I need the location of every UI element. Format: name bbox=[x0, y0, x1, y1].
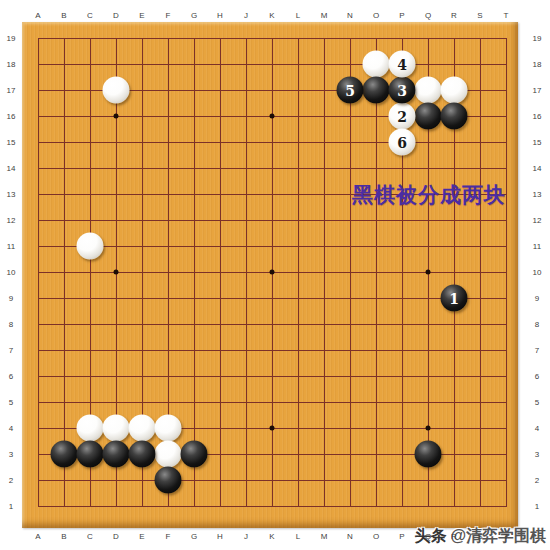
col-label-top: F bbox=[166, 11, 171, 20]
row-label-right: 10 bbox=[533, 268, 542, 277]
star-point bbox=[270, 270, 275, 275]
row-label-left: 17 bbox=[7, 86, 16, 95]
star-point bbox=[270, 114, 275, 119]
col-label-bottom: H bbox=[217, 532, 223, 541]
row-label-left: 3 bbox=[9, 450, 13, 459]
col-label-top: R bbox=[451, 11, 457, 20]
row-label-right: 3 bbox=[535, 450, 539, 459]
black-stone bbox=[415, 441, 442, 468]
row-label-right: 12 bbox=[533, 216, 542, 225]
row-label-left: 5 bbox=[9, 398, 13, 407]
black-stone: 5 bbox=[337, 77, 364, 104]
star-point bbox=[114, 270, 119, 275]
col-label-top: E bbox=[139, 11, 144, 20]
row-label-right: 9 bbox=[535, 294, 539, 303]
col-label-bottom: A bbox=[35, 532, 40, 541]
white-stone bbox=[77, 415, 104, 442]
white-stone bbox=[415, 77, 442, 104]
col-label-top: J bbox=[244, 11, 248, 20]
row-label-right: 17 bbox=[533, 86, 542, 95]
col-label-bottom: S bbox=[477, 532, 482, 541]
col-label-bottom: P bbox=[399, 532, 404, 541]
star-point bbox=[426, 270, 431, 275]
go-diagram: 黑棋被分成两块 头条@清弈学围棋 123456AABBCCDDEEFFGGHHJ… bbox=[0, 0, 550, 550]
row-label-left: 19 bbox=[7, 34, 16, 43]
row-label-right: 18 bbox=[533, 60, 542, 69]
row-label-right: 19 bbox=[533, 34, 542, 43]
row-label-right: 16 bbox=[533, 112, 542, 121]
col-label-top: G bbox=[191, 11, 197, 20]
white-stone bbox=[103, 77, 130, 104]
row-label-left: 12 bbox=[7, 216, 16, 225]
col-label-top: D bbox=[113, 11, 119, 20]
col-label-top: M bbox=[321, 11, 328, 20]
col-label-bottom: L bbox=[296, 532, 300, 541]
col-label-bottom: K bbox=[269, 532, 274, 541]
row-label-left: 6 bbox=[9, 372, 13, 381]
black-stone bbox=[181, 441, 208, 468]
move-number: 1 bbox=[449, 291, 459, 306]
black-stone: 3 bbox=[389, 77, 416, 104]
row-label-left: 9 bbox=[9, 294, 13, 303]
row-label-right: 2 bbox=[535, 476, 539, 485]
white-stone bbox=[129, 415, 156, 442]
row-label-right: 13 bbox=[533, 190, 542, 199]
black-stone: 1 bbox=[441, 285, 468, 312]
black-stone bbox=[129, 441, 156, 468]
star-point bbox=[270, 426, 275, 431]
col-label-top: Q bbox=[425, 11, 431, 20]
col-label-bottom: C bbox=[87, 532, 93, 541]
col-label-bottom: T bbox=[504, 532, 509, 541]
black-stone bbox=[155, 467, 182, 494]
col-label-top: N bbox=[347, 11, 353, 20]
watermark-handle: @清弈学围棋 bbox=[450, 527, 546, 544]
white-stone bbox=[155, 441, 182, 468]
row-label-left: 15 bbox=[7, 138, 16, 147]
row-label-right: 7 bbox=[535, 346, 539, 355]
col-label-bottom: R bbox=[451, 532, 457, 541]
row-label-left: 13 bbox=[7, 190, 16, 199]
move-number: 2 bbox=[397, 109, 407, 124]
move-number: 6 bbox=[397, 135, 407, 150]
row-label-right: 6 bbox=[535, 372, 539, 381]
white-stone: 2 bbox=[389, 103, 416, 130]
row-label-right: 11 bbox=[533, 242, 541, 251]
white-stone: 4 bbox=[389, 51, 416, 78]
black-stone bbox=[415, 103, 442, 130]
black-stone bbox=[363, 77, 390, 104]
col-label-top: S bbox=[477, 11, 482, 20]
black-stone bbox=[441, 103, 468, 130]
col-label-bottom: M bbox=[321, 532, 328, 541]
white-stone bbox=[77, 233, 104, 260]
move-number: 5 bbox=[345, 83, 355, 98]
col-label-bottom: G bbox=[191, 532, 197, 541]
col-label-top: O bbox=[373, 11, 379, 20]
row-label-left: 14 bbox=[7, 164, 16, 173]
white-stone bbox=[103, 415, 130, 442]
col-label-bottom: Q bbox=[425, 532, 431, 541]
row-label-left: 2 bbox=[9, 476, 13, 485]
row-label-right: 4 bbox=[535, 424, 539, 433]
row-label-right: 15 bbox=[533, 138, 542, 147]
black-stone bbox=[103, 441, 130, 468]
col-label-top: A bbox=[35, 11, 40, 20]
white-stone: 6 bbox=[389, 129, 416, 156]
row-label-left: 4 bbox=[9, 424, 13, 433]
row-label-right: 14 bbox=[533, 164, 542, 173]
row-label-left: 8 bbox=[9, 320, 13, 329]
row-label-right: 5 bbox=[535, 398, 539, 407]
star-point bbox=[426, 426, 431, 431]
col-label-bottom: N bbox=[347, 532, 353, 541]
col-label-top: T bbox=[504, 11, 509, 20]
col-label-bottom: J bbox=[244, 532, 248, 541]
star-point bbox=[114, 114, 119, 119]
col-label-bottom: E bbox=[139, 532, 144, 541]
col-label-top: K bbox=[269, 11, 274, 20]
row-label-left: 10 bbox=[7, 268, 16, 277]
row-label-left: 18 bbox=[7, 60, 16, 69]
col-label-top: P bbox=[399, 11, 404, 20]
move-number: 3 bbox=[397, 83, 407, 98]
col-label-bottom: B bbox=[61, 532, 66, 541]
col-label-bottom: D bbox=[113, 532, 119, 541]
black-stone bbox=[51, 441, 78, 468]
row-label-left: 1 bbox=[9, 502, 13, 511]
col-label-top: B bbox=[61, 11, 66, 20]
col-label-top: H bbox=[217, 11, 223, 20]
move-number: 4 bbox=[397, 57, 407, 72]
white-stone bbox=[363, 51, 390, 78]
white-stone bbox=[441, 77, 468, 104]
row-label-left: 7 bbox=[9, 346, 13, 355]
col-label-top: C bbox=[87, 11, 93, 20]
row-label-left: 11 bbox=[7, 242, 15, 251]
black-stone bbox=[77, 441, 104, 468]
col-label-bottom: F bbox=[166, 532, 171, 541]
annotation-text: 黑棋被分成两块 bbox=[352, 181, 506, 209]
col-label-top: L bbox=[296, 11, 300, 20]
row-label-left: 16 bbox=[7, 112, 16, 121]
white-stone bbox=[155, 415, 182, 442]
row-label-right: 8 bbox=[535, 320, 539, 329]
row-label-right: 1 bbox=[535, 502, 539, 511]
col-label-bottom: O bbox=[373, 532, 379, 541]
